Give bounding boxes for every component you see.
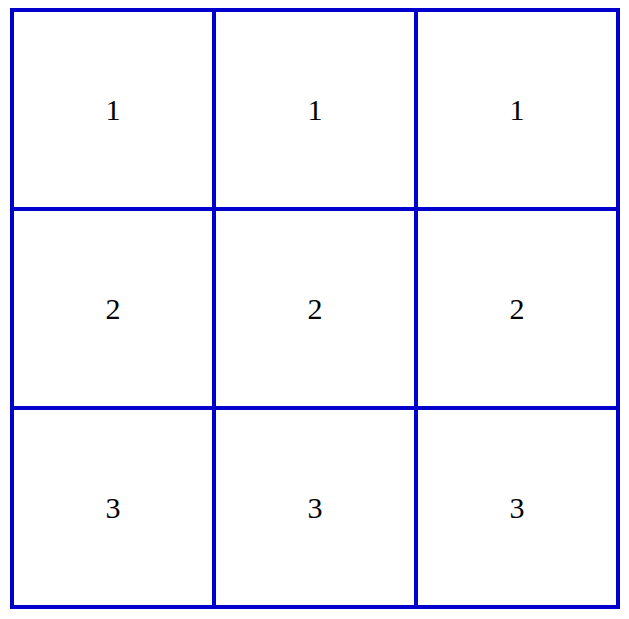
cell-r1c3[interactable]: 1: [418, 12, 616, 207]
puzzle-grid: 111222333: [10, 8, 620, 609]
cell-r3c1[interactable]: 3: [14, 410, 212, 605]
cell-r3c3[interactable]: 3: [418, 410, 616, 605]
cell-r2c3[interactable]: 2: [418, 211, 616, 406]
cell-r1c2[interactable]: 1: [216, 12, 414, 207]
cell-r2c2[interactable]: 2: [216, 211, 414, 406]
cell-r2c1[interactable]: 2: [14, 211, 212, 406]
cell-r3c2[interactable]: 3: [216, 410, 414, 605]
cell-r1c1[interactable]: 1: [14, 12, 212, 207]
page-canvas: 111222333: [0, 0, 629, 619]
